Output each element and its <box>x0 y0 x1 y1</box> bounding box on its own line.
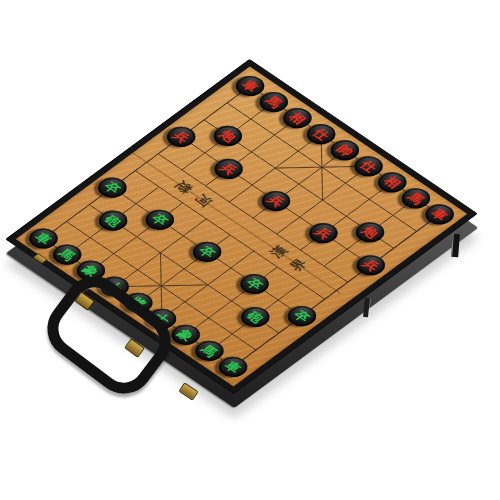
piece-character: 帥 <box>334 143 355 158</box>
piece-character: 仕 <box>358 159 379 174</box>
piece-character: 卒 <box>291 309 312 324</box>
piece-character: 相 <box>382 175 403 190</box>
piece-green-cannon[interactable]: 砲 <box>93 206 133 235</box>
piece-green-soldier[interactable]: 卒 <box>140 206 180 235</box>
piece-character: 仕 <box>311 127 332 142</box>
piece-character: 卒 <box>102 180 123 195</box>
scene: 楚 河 漢 界 車馬相仕帥仕相馬車炮炮兵兵兵兵兵卒卒卒卒卒砲砲車馬象士將士象馬車 <box>0 0 500 500</box>
piece-character: 馬 <box>263 95 284 110</box>
piece-character: 馬 <box>57 247 78 262</box>
piece-character: 相 <box>287 111 308 126</box>
piece-character: 卒 <box>149 212 170 227</box>
piece-red-soldier[interactable]: 兵 <box>351 251 391 280</box>
piece-character: 馬 <box>199 343 220 358</box>
piece-character: 兵 <box>171 129 192 144</box>
piece-character: 炮 <box>359 225 380 240</box>
piece-character: 卒 <box>197 244 218 259</box>
piece-green-soldier[interactable]: 卒 <box>234 270 274 299</box>
piece-character: 兵 <box>313 226 334 241</box>
piece-character: 車 <box>429 207 450 222</box>
piece-green-soldier[interactable]: 卒 <box>187 238 227 267</box>
piece-character: 砲 <box>245 310 266 325</box>
piece-character: 炮 <box>217 128 238 143</box>
piece-character: 象 <box>175 327 196 342</box>
piece-character: 兵 <box>265 194 286 209</box>
piece-green-soldier[interactable]: 卒 <box>282 302 322 331</box>
latch-groove <box>451 234 460 257</box>
piece-red-soldier[interactable]: 兵 <box>303 219 343 248</box>
piece-character: 兵 <box>360 258 381 273</box>
piece-character: 卒 <box>244 277 265 292</box>
piece-character: 兵 <box>218 161 239 176</box>
piece-red-soldier[interactable]: 兵 <box>208 155 248 184</box>
piece-red-cannon[interactable]: 炮 <box>350 218 390 247</box>
piece-green-cannon[interactable]: 砲 <box>235 303 275 332</box>
piece-red-soldier[interactable]: 兵 <box>256 187 296 216</box>
piece-character: 車 <box>222 359 243 374</box>
piece-character: 車 <box>33 231 54 246</box>
piece-character: 車 <box>239 79 260 94</box>
piece-character: 砲 <box>102 213 123 228</box>
piece-character: 馬 <box>405 191 426 206</box>
piece-red-cannon[interactable]: 炮 <box>208 122 248 151</box>
